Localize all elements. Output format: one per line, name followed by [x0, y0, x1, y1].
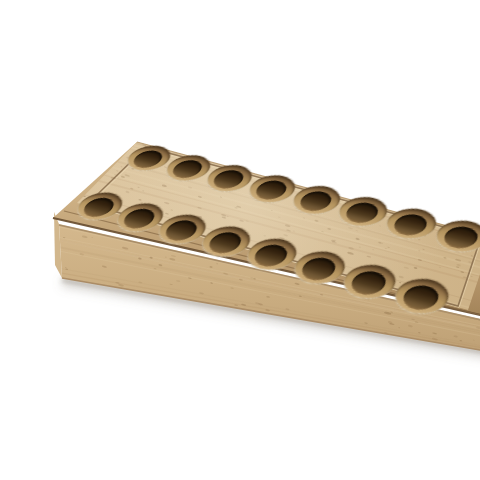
board-photo: Empty light beech wood mancala-style boa…: [40, 16, 480, 480]
pit-bore: [389, 212, 432, 239]
pit-bore: [296, 255, 340, 284]
pit-bore: [203, 230, 246, 257]
pit-bore: [208, 168, 248, 191]
pit-bore: [78, 195, 119, 219]
pit-bore: [249, 242, 293, 270]
pit-bore: [295, 189, 336, 214]
pit-bore: [398, 282, 444, 313]
pit-bore: [439, 224, 480, 251]
pit-bore: [251, 178, 292, 202]
pit-bore: [160, 218, 202, 244]
pit-bore: [341, 200, 383, 226]
pit-bore: [128, 148, 167, 170]
pit-bore: [167, 158, 207, 180]
pit-bore: [346, 268, 391, 298]
pit-bore: [118, 206, 160, 231]
